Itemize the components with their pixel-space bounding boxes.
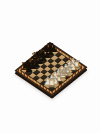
chess-board <box>14 42 87 96</box>
chess-set-photo: ♜♟♞♟♝♟♚♟♛♟♝♟♟♞♜♟♟♜♞♟♟♝♟♚♟♛♟♝♟♞♟♜ <box>0 0 100 133</box>
